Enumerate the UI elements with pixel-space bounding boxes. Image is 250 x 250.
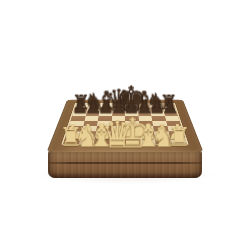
chess-board-frame: ♜♞♝♛♚♝♞♜♟♟♟♟♟♟♟♟♟♟♟♟♟♟♟♟♜♞♝♛♚♝♞♜	[47, 100, 204, 152]
white-bishop-f1: ♝	[134, 123, 162, 148]
square-b6	[85, 112, 99, 117]
square-h7: ♟	[162, 107, 176, 111]
square-g6	[151, 112, 165, 117]
square-h6	[164, 112, 178, 117]
perspective-wrapper: ♜♞♝♛♚♝♞♜♟♟♟♟♟♟♟♟♟♟♟♟♟♟♟♟♜♞♝♛♚♝♞♜	[0, 0, 250, 250]
product-photo: ♜♞♝♛♚♝♞♜♟♟♟♟♟♟♟♟♟♟♟♟♟♟♟♟♜♞♝♛♚♝♞♜	[0, 0, 250, 250]
board-squares: ♜♞♝♛♚♝♞♜♟♟♟♟♟♟♟♟♟♟♟♟♟♟♟♟♜♞♝♛♚♝♞♜	[61, 103, 188, 145]
square-f1: ♝	[140, 138, 156, 144]
white-bishop-c1: ♝	[88, 123, 116, 148]
square-a6	[72, 112, 86, 117]
square-c1: ♝	[94, 138, 110, 144]
